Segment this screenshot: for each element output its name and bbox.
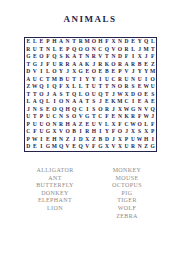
grid-cell: L (149, 38, 156, 46)
word-item: TIGER (96, 197, 158, 205)
grid-cell: E (149, 98, 156, 106)
word-item: ALLIGATOR (16, 167, 94, 175)
grid-cell: F (149, 53, 156, 61)
grid-cell: J (149, 113, 156, 121)
grid-cell: Z (149, 61, 156, 69)
word-item: DONKEY (16, 190, 94, 198)
word-list-right: MONKEYMOUSEOCTOPUSPIGTIGERWOLFZEBRA (96, 167, 158, 220)
grid-cell: O (149, 76, 156, 84)
word-item: MOUSE (96, 175, 158, 183)
grid-cell: T (149, 46, 156, 54)
grid-cell: F (149, 121, 156, 129)
word-item: OCTOPUS (96, 182, 158, 190)
word-item: ANT (16, 175, 94, 183)
word-item: LION (16, 205, 94, 213)
word-list-left: ALLIGATORANTBUTTERFLYDONKEYELEPHANTLION (16, 167, 94, 213)
word-item: ELEPHANT (16, 197, 94, 205)
word-item: WOLF (96, 205, 158, 213)
grid-cell: P (149, 128, 156, 136)
word-item: BUTTERFLY (16, 182, 94, 190)
word-search-grid: ELEPHANTRMOHFXNDEYQLRUTNLEPQOONCQVORLJMT… (24, 37, 157, 152)
grid-cell: I (149, 136, 156, 144)
word-item: MONKEY (96, 167, 158, 175)
word-item: PIG (96, 190, 158, 198)
word-item: ZEBRA (96, 213, 158, 221)
grid-cell: Q (149, 106, 156, 114)
grid-cell: G (149, 143, 156, 151)
puzzle-title: ANIMALS (0, 14, 180, 24)
worksheet-page: ANIMALS ELEPHANTRMOHFXNDEYQLRUTNLEPQOONC… (0, 0, 180, 255)
grid-cell: M (149, 68, 156, 76)
grid-cell: S (149, 91, 156, 99)
grid-cell: U (149, 83, 156, 91)
